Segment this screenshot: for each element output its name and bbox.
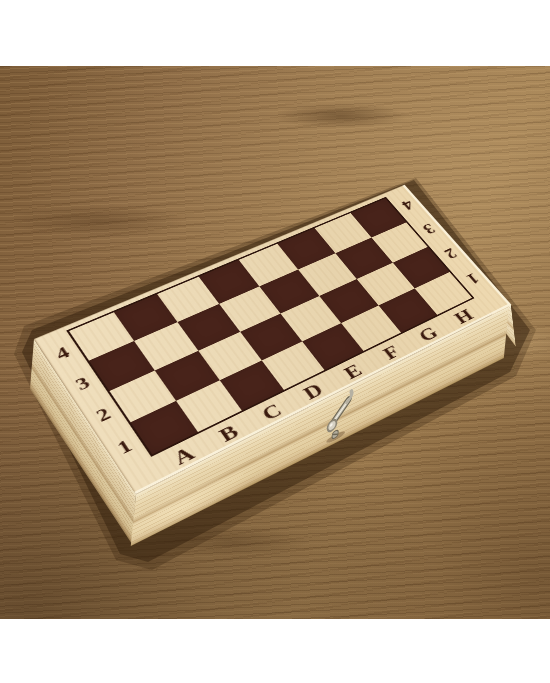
product-photo-stage: ABCDEFGH43214321 — [0, 0, 550, 683]
